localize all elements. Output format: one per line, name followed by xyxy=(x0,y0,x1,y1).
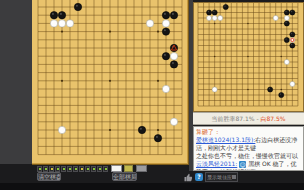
stone-highlight xyxy=(164,13,166,15)
stone-highlight xyxy=(156,136,158,138)
stone-highlight xyxy=(172,119,174,121)
white-stone xyxy=(170,118,177,125)
stone-highlight xyxy=(140,128,142,130)
stone-highlight xyxy=(213,16,214,17)
black-stone xyxy=(284,10,289,15)
black-stone xyxy=(212,10,217,15)
checkbox-icon[interactable] xyxy=(232,175,236,179)
nav-glyph-icon xyxy=(105,168,107,170)
clear-board-button[interactable]: 清空棋盘 xyxy=(37,172,61,181)
all-games-button[interactable]: 全部棋局 xyxy=(112,172,137,181)
move-nav-button-4[interactable] xyxy=(61,166,66,172)
move-nav-button-8[interactable] xyxy=(85,166,90,172)
stone-highlight xyxy=(172,13,174,15)
nav-glyph-icon xyxy=(69,168,71,170)
stone-highlight xyxy=(52,21,54,23)
white-stone xyxy=(66,20,73,27)
white-stone xyxy=(273,15,278,20)
move-jump-input[interactable] xyxy=(111,165,122,172)
white-stone xyxy=(146,20,153,27)
move-nav-button-6[interactable] xyxy=(73,166,78,172)
black-stone xyxy=(58,12,65,19)
move-nav-button-2[interactable] xyxy=(49,166,54,172)
black-stone xyxy=(162,53,169,60)
nav-glyph-icon xyxy=(51,168,53,170)
move-nav-button-5[interactable] xyxy=(67,166,72,172)
move-nav-button-3[interactable] xyxy=(55,166,60,172)
stone-highlight xyxy=(60,13,62,15)
white-stone xyxy=(212,15,217,20)
coordinate-indicator xyxy=(124,165,133,172)
white-stone xyxy=(284,59,289,64)
stone-highlight xyxy=(285,22,286,23)
smiley-emoji-icon: ☺ xyxy=(239,161,246,168)
chat-username[interactable]: 爱棋道1024(13.1段): xyxy=(196,136,255,143)
stone-highlight xyxy=(285,16,286,17)
stone-highlight xyxy=(291,33,292,34)
black-stone xyxy=(162,12,169,19)
white-stone xyxy=(50,20,57,27)
nav-glyph-icon xyxy=(45,168,47,170)
white-stone xyxy=(218,15,223,20)
stone-highlight xyxy=(164,21,166,23)
video-player-bar[interactable] xyxy=(0,183,304,190)
nav-glyph-icon xyxy=(87,168,89,170)
black-stone xyxy=(170,12,177,19)
analysis-board[interactable] xyxy=(193,2,304,112)
nav-glyph-icon xyxy=(63,168,65,170)
black-stone xyxy=(290,32,295,37)
black-stone xyxy=(138,126,145,133)
black-stone xyxy=(223,4,228,9)
move-nav-button-0[interactable] xyxy=(37,166,42,172)
nav-glyph-icon xyxy=(75,168,77,170)
stone-highlight xyxy=(280,93,281,94)
chat-panel[interactable]: 算砸了： 爱棋道1024(13.1段):右边白棋还没净活，刚刚大小才是关键 之处… xyxy=(193,126,304,171)
black-stone xyxy=(284,21,289,26)
black-stone xyxy=(290,43,295,48)
stone-highlight xyxy=(172,62,174,64)
black-stone xyxy=(74,3,81,10)
black-stone xyxy=(279,92,284,97)
move-nav-button-10[interactable] xyxy=(97,166,102,172)
black-stone xyxy=(170,61,177,68)
black-stone xyxy=(268,87,273,92)
move-nav-button-7[interactable] xyxy=(79,166,84,172)
move-nav-button-1[interactable] xyxy=(43,166,48,172)
stone-highlight xyxy=(285,60,286,61)
white-stone xyxy=(58,20,65,27)
stone-highlight xyxy=(68,21,70,23)
black-stone xyxy=(207,10,212,15)
winrate-text: 当前胜率87.1% - xyxy=(211,115,260,122)
chat-message: 算砸了： xyxy=(196,128,220,135)
nav-glyph-icon xyxy=(39,168,41,170)
show-best-response-label: 显示最佳应对 xyxy=(207,174,232,180)
white-stone xyxy=(162,20,169,27)
stone-highlight xyxy=(148,21,150,23)
stone-highlight xyxy=(213,11,214,12)
black-stone xyxy=(162,28,169,35)
stone-highlight xyxy=(274,16,275,17)
help-icon[interactable]: ? xyxy=(195,173,203,181)
analysis-board-grid xyxy=(194,3,303,111)
white-stone xyxy=(58,126,65,133)
white-stone xyxy=(212,87,217,92)
winrate-highlight: 白87.5% xyxy=(260,115,285,122)
stone-highlight xyxy=(219,16,220,17)
white-stone xyxy=(162,85,169,92)
main-board[interactable] xyxy=(32,0,189,165)
stone-highlight xyxy=(285,11,286,12)
stone-highlight xyxy=(164,87,166,89)
black-stone xyxy=(154,135,161,142)
thumbs-up-icon[interactable] xyxy=(184,173,193,182)
stone-highlight xyxy=(164,29,166,31)
winrate-status-bar: 当前胜率87.1% - 白87.5% xyxy=(193,112,304,125)
stone-highlight xyxy=(291,44,292,45)
chat-message: 之处你也不亏，稳住，慢慢收官就可以 xyxy=(196,152,298,159)
stone-highlight xyxy=(213,88,214,89)
move-navigation-toolbar xyxy=(37,165,147,172)
stone-highlight xyxy=(52,13,54,15)
stone-highlight xyxy=(172,54,174,56)
stone-highlight xyxy=(164,54,166,56)
white-stone xyxy=(207,15,212,20)
nav-glyph-icon xyxy=(81,168,83,170)
stone-highlight xyxy=(208,11,209,12)
stone-highlight xyxy=(224,5,225,6)
stone-highlight xyxy=(291,82,292,83)
stone-highlight xyxy=(285,38,286,39)
white-stone xyxy=(284,15,289,20)
stone-highlight xyxy=(60,128,62,130)
stone-highlight xyxy=(60,21,62,23)
nav-glyph-icon xyxy=(57,168,59,170)
stone-highlight xyxy=(76,5,78,7)
black-stone xyxy=(50,12,57,19)
white-stone xyxy=(170,53,177,60)
stone-highlight xyxy=(269,88,270,89)
stone-highlight xyxy=(208,16,209,17)
nav-glyph-icon xyxy=(93,168,95,170)
move-nav-button-11[interactable] xyxy=(103,166,108,172)
chat-username[interactable]: 云淡风轻2011: xyxy=(196,160,237,167)
video-pillarbox-strip xyxy=(0,0,33,164)
main-board-grid xyxy=(32,0,188,164)
jump-go-button[interactable] xyxy=(136,165,147,172)
move-nav-button-9[interactable] xyxy=(91,166,96,172)
nav-glyph-icon xyxy=(99,168,101,170)
stone-highlight xyxy=(291,11,292,12)
black-stone xyxy=(290,10,295,15)
black-stone xyxy=(284,37,289,42)
white-stone xyxy=(290,81,295,86)
show-best-response-toggle[interactable]: 显示最佳应对 xyxy=(205,172,238,182)
